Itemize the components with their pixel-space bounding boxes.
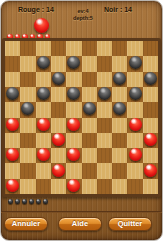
board-square[interactable] xyxy=(127,102,142,117)
board-square[interactable] xyxy=(127,133,142,148)
board-square[interactable] xyxy=(127,87,142,102)
board-square[interactable] xyxy=(5,102,20,117)
board-square[interactable] xyxy=(127,148,142,163)
black-piece[interactable] xyxy=(67,87,80,100)
captured-black-tray xyxy=(8,199,48,204)
board-square[interactable] xyxy=(112,56,127,71)
red-piece[interactable] xyxy=(129,118,142,131)
red-piece[interactable] xyxy=(6,148,19,161)
board-square[interactable] xyxy=(112,72,127,87)
black-piece[interactable] xyxy=(6,87,19,100)
board-square[interactable] xyxy=(66,133,81,148)
board-square[interactable] xyxy=(20,179,35,194)
captured-black-dot xyxy=(22,199,27,204)
board-square[interactable] xyxy=(97,72,112,87)
board-square[interactable] xyxy=(82,179,97,194)
board-square[interactable] xyxy=(5,163,20,178)
captured-black-dot xyxy=(15,199,20,204)
board-square[interactable] xyxy=(20,41,35,56)
board-square[interactable] xyxy=(127,72,142,87)
board-square[interactable] xyxy=(82,148,97,163)
board-square[interactable] xyxy=(143,102,158,117)
captured-black-dot xyxy=(43,199,48,204)
board-square[interactable] xyxy=(51,179,66,194)
board-square[interactable] xyxy=(127,56,142,71)
board-square[interactable] xyxy=(66,118,81,133)
red-piece[interactable] xyxy=(37,118,50,131)
undo-button[interactable]: Annuler xyxy=(4,217,48,231)
red-score-label: Rouge : 14 xyxy=(18,6,54,13)
board-square[interactable] xyxy=(20,163,35,178)
red-piece[interactable] xyxy=(144,164,157,177)
board-square[interactable] xyxy=(112,87,127,102)
board-square[interactable] xyxy=(51,163,66,178)
board-square[interactable] xyxy=(5,179,20,194)
board-square[interactable] xyxy=(143,72,158,87)
board-square[interactable] xyxy=(5,118,20,133)
black-piece[interactable] xyxy=(129,87,142,100)
board-square[interactable] xyxy=(82,72,97,87)
red-piece[interactable] xyxy=(144,133,157,146)
board-square[interactable] xyxy=(143,87,158,102)
black-piece[interactable] xyxy=(21,102,34,115)
board-square[interactable] xyxy=(36,163,51,178)
black-piece[interactable] xyxy=(113,72,126,85)
board-square[interactable] xyxy=(66,56,81,71)
board-square[interactable] xyxy=(20,102,35,117)
board-square[interactable] xyxy=(20,72,35,87)
board-square[interactable] xyxy=(97,179,112,194)
board-square[interactable] xyxy=(5,41,20,56)
board-square[interactable] xyxy=(112,41,127,56)
board-square[interactable] xyxy=(20,133,35,148)
board-square[interactable] xyxy=(36,87,51,102)
board-square[interactable] xyxy=(51,102,66,117)
black-piece[interactable] xyxy=(144,72,157,85)
board-square[interactable] xyxy=(66,179,81,194)
board-square[interactable] xyxy=(82,102,97,117)
board-square[interactable] xyxy=(127,179,142,194)
board-square[interactable] xyxy=(143,179,158,194)
black-piece[interactable] xyxy=(67,56,80,69)
board-square[interactable] xyxy=(5,56,20,71)
board-square[interactable] xyxy=(5,72,20,87)
red-piece[interactable] xyxy=(6,179,19,192)
board-square[interactable] xyxy=(82,163,97,178)
captured-black-dot xyxy=(36,199,41,204)
board-square[interactable] xyxy=(143,133,158,148)
board-square[interactable] xyxy=(97,163,112,178)
board-square[interactable] xyxy=(143,41,158,56)
board-square[interactable] xyxy=(112,148,127,163)
board-square[interactable] xyxy=(97,118,112,133)
board-square[interactable] xyxy=(5,148,20,163)
board-square[interactable] xyxy=(36,41,51,56)
red-piece[interactable] xyxy=(52,164,65,177)
board-square[interactable] xyxy=(82,133,97,148)
board-square[interactable] xyxy=(36,72,51,87)
board-square[interactable] xyxy=(51,87,66,102)
board-square[interactable] xyxy=(36,118,51,133)
board-square[interactable] xyxy=(66,41,81,56)
board-square[interactable] xyxy=(143,56,158,71)
board-square[interactable] xyxy=(20,118,35,133)
board-square[interactable] xyxy=(82,41,97,56)
board-square[interactable] xyxy=(36,179,51,194)
board-square[interactable] xyxy=(97,87,112,102)
board-square[interactable] xyxy=(66,87,81,102)
board-square[interactable] xyxy=(82,118,97,133)
board-frame xyxy=(2,38,161,197)
red-piece[interactable] xyxy=(129,148,142,161)
board-square[interactable] xyxy=(66,163,81,178)
captured-black-dot xyxy=(8,199,13,204)
board-square[interactable] xyxy=(36,148,51,163)
board-grid xyxy=(5,41,158,194)
black-score-label: Noir : 14 xyxy=(104,6,132,13)
board-square[interactable] xyxy=(5,87,20,102)
captured-black-dot xyxy=(29,199,34,204)
turn-indicator-red-ball xyxy=(34,18,49,33)
board-square[interactable] xyxy=(20,56,35,71)
board-square[interactable] xyxy=(97,102,112,117)
red-piece[interactable] xyxy=(67,118,80,131)
board-square[interactable] xyxy=(51,41,66,56)
board-square[interactable] xyxy=(143,163,158,178)
board-square[interactable] xyxy=(36,133,51,148)
black-piece[interactable] xyxy=(129,56,142,69)
board-square[interactable] xyxy=(36,56,51,71)
board-square[interactable] xyxy=(51,72,66,87)
help-button[interactable]: Aide xyxy=(58,217,102,231)
board-square[interactable] xyxy=(5,133,20,148)
toolbar-divider xyxy=(1,211,163,213)
board-square[interactable] xyxy=(97,41,112,56)
red-piece[interactable] xyxy=(67,148,80,161)
board-square[interactable] xyxy=(66,148,81,163)
board-square[interactable] xyxy=(97,148,112,163)
board-square[interactable] xyxy=(51,133,66,148)
board-square[interactable] xyxy=(112,133,127,148)
board-square[interactable] xyxy=(51,56,66,71)
board-square[interactable] xyxy=(51,148,66,163)
red-piece[interactable] xyxy=(37,148,50,161)
board-square[interactable] xyxy=(112,118,127,133)
board-square[interactable] xyxy=(127,118,142,133)
screenshot-frame: Rouge : 14 ev:4 depth:5 Noir : 14 Annule… xyxy=(0,0,164,244)
board-square[interactable] xyxy=(127,163,142,178)
quit-button[interactable]: Quitter xyxy=(108,217,152,231)
board-square[interactable] xyxy=(143,118,158,133)
red-piece[interactable] xyxy=(6,118,19,131)
board-square[interactable] xyxy=(112,102,127,117)
board-square[interactable] xyxy=(97,56,112,71)
draughts-app: Rouge : 14 ev:4 depth:5 Noir : 14 Annule… xyxy=(0,0,163,241)
board-square[interactable] xyxy=(112,163,127,178)
board-square[interactable] xyxy=(20,87,35,102)
board-square[interactable] xyxy=(20,148,35,163)
red-piece[interactable] xyxy=(67,179,80,192)
board-square[interactable] xyxy=(51,118,66,133)
black-piece[interactable] xyxy=(37,87,50,100)
board-square[interactable] xyxy=(66,72,81,87)
board-square[interactable] xyxy=(82,87,97,102)
board-square[interactable] xyxy=(66,102,81,117)
black-piece[interactable] xyxy=(37,56,50,69)
engine-depth-label: depth:5 xyxy=(61,15,105,21)
board-square[interactable] xyxy=(112,179,127,194)
board-square[interactable] xyxy=(36,102,51,117)
black-piece[interactable] xyxy=(83,102,96,115)
red-piece[interactable] xyxy=(52,133,65,146)
board-square[interactable] xyxy=(127,41,142,56)
board-square[interactable] xyxy=(143,148,158,163)
engine-eval-label: ev:4 xyxy=(61,8,105,14)
black-piece[interactable] xyxy=(52,72,65,85)
board-square[interactable] xyxy=(97,133,112,148)
black-piece[interactable] xyxy=(113,102,126,115)
board-square[interactable] xyxy=(82,56,97,71)
black-piece[interactable] xyxy=(98,87,111,100)
